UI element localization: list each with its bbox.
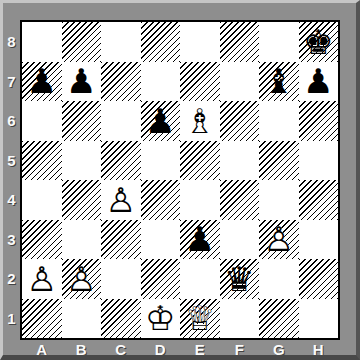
file-label-text: D	[155, 341, 166, 358]
piece-white-king-d1[interactable]: ♚♔	[141, 299, 181, 339]
piece-glyph: ♙	[27, 262, 57, 296]
rank-label-text: 1	[7, 310, 15, 327]
piece-glyph: ♗	[185, 104, 215, 138]
piece-glyph: ♛	[224, 262, 254, 296]
file-label-e: E	[180, 341, 220, 358]
board-frame: 87654321 ♚♟♟♝♟♟♝♗♟♙♟♟♙♟♙♟♙♛♚♔♛♕ ABCDEFGH	[0, 0, 360, 360]
square-a2[interactable]: ♟♙	[22, 259, 62, 299]
square-a5[interactable]	[22, 141, 62, 181]
rank-label-text: 2	[7, 270, 15, 287]
square-f7[interactable]	[220, 62, 260, 102]
piece-glyph: ♟	[303, 64, 333, 98]
square-a1[interactable]	[22, 299, 62, 339]
file-label-a: A	[22, 341, 62, 358]
square-g8[interactable]	[259, 22, 299, 62]
square-e2[interactable]	[180, 259, 220, 299]
square-h7[interactable]: ♟	[299, 62, 339, 102]
piece-white-pawn-b2[interactable]: ♟♙	[62, 259, 102, 299]
piece-glyph: ♟	[185, 222, 215, 256]
square-c6[interactable]	[101, 101, 141, 141]
square-d6[interactable]: ♟	[141, 101, 181, 141]
square-h1[interactable]	[299, 299, 339, 339]
file-label-g: G	[259, 341, 299, 358]
square-d5[interactable]	[141, 141, 181, 181]
square-g5[interactable]	[259, 141, 299, 181]
square-a7[interactable]: ♟	[22, 62, 62, 102]
square-g6[interactable]	[259, 101, 299, 141]
file-label-b: B	[62, 341, 102, 358]
file-label-c: C	[101, 341, 141, 358]
file-label-h: H	[299, 341, 339, 358]
square-d1[interactable]: ♚♔	[141, 299, 181, 339]
square-c2[interactable]	[101, 259, 141, 299]
rank-label-4: 4	[3, 180, 20, 220]
file-label-text: E	[195, 341, 205, 358]
file-label-d: D	[141, 341, 181, 358]
rank-label-text: 8	[7, 33, 15, 50]
rank-label-text: 4	[7, 191, 15, 208]
piece-glyph: ♙	[264, 222, 294, 256]
piece-glyph: ♚	[303, 25, 333, 59]
piece-black-pawn-e3[interactable]: ♟	[180, 220, 220, 260]
rank-label-text: 6	[7, 112, 15, 129]
square-e1[interactable]: ♛♕	[180, 299, 220, 339]
piece-white-pawn-a2[interactable]: ♟♙	[22, 259, 62, 299]
piece-glyph: ♝	[264, 64, 294, 98]
rank-label-7: 7	[3, 62, 20, 102]
square-b5[interactable]	[62, 141, 102, 181]
file-label-text: G	[273, 341, 285, 358]
piece-black-pawn-a7[interactable]: ♟	[22, 62, 62, 102]
square-b3[interactable]	[62, 220, 102, 260]
piece-black-king-h8[interactable]: ♚	[299, 22, 339, 62]
piece-glyph: ♔	[145, 301, 175, 335]
piece-white-bishop-e6[interactable]: ♝♗	[180, 101, 220, 141]
square-d4[interactable]	[141, 180, 181, 220]
square-b6[interactable]	[62, 101, 102, 141]
square-f6[interactable]	[220, 101, 260, 141]
square-c4[interactable]: ♟♙	[101, 180, 141, 220]
piece-black-bishop-g7[interactable]: ♝	[259, 62, 299, 102]
square-c8[interactable]	[101, 22, 141, 62]
square-b1[interactable]	[62, 299, 102, 339]
square-b7[interactable]: ♟	[62, 62, 102, 102]
square-b8[interactable]	[62, 22, 102, 62]
square-f3[interactable]	[220, 220, 260, 260]
square-b4[interactable]	[62, 180, 102, 220]
square-d7[interactable]	[141, 62, 181, 102]
piece-white-pawn-g3[interactable]: ♟♙	[259, 220, 299, 260]
piece-black-queen-f2[interactable]: ♛	[220, 259, 260, 299]
square-h8[interactable]: ♚	[299, 22, 339, 62]
file-label-text: B	[76, 341, 87, 358]
rank-label-text: 7	[7, 73, 15, 90]
square-h2[interactable]	[299, 259, 339, 299]
square-g1[interactable]	[259, 299, 299, 339]
square-f4[interactable]	[220, 180, 260, 220]
square-d3[interactable]	[141, 220, 181, 260]
file-labels: ABCDEFGH	[22, 341, 338, 357]
file-label-text: A	[36, 341, 47, 358]
square-d8[interactable]	[141, 22, 181, 62]
square-b2[interactable]: ♟♙	[62, 259, 102, 299]
piece-black-pawn-b7[interactable]: ♟	[62, 62, 102, 102]
rank-label-8: 8	[3, 22, 20, 62]
square-e3[interactable]: ♟	[180, 220, 220, 260]
rank-labels: 87654321	[3, 22, 20, 338]
square-g7[interactable]: ♝	[259, 62, 299, 102]
square-e7[interactable]	[180, 62, 220, 102]
square-e6[interactable]: ♝♗	[180, 101, 220, 141]
square-g3[interactable]: ♟♙	[259, 220, 299, 260]
square-a6[interactable]	[22, 101, 62, 141]
piece-black-pawn-d6[interactable]: ♟	[141, 101, 181, 141]
square-g4[interactable]	[259, 180, 299, 220]
rank-label-1: 1	[3, 299, 20, 339]
square-h4[interactable]	[299, 180, 339, 220]
square-h5[interactable]	[299, 141, 339, 181]
piece-glyph: ♙	[66, 262, 96, 296]
piece-black-pawn-h7[interactable]: ♟	[299, 62, 339, 102]
piece-glyph: ♕	[185, 301, 215, 335]
square-a3[interactable]	[22, 220, 62, 260]
square-e4[interactable]	[180, 180, 220, 220]
square-f1[interactable]	[220, 299, 260, 339]
rank-label-text: 3	[7, 231, 15, 248]
rank-label-5: 5	[3, 141, 20, 181]
rank-label-3: 3	[3, 220, 20, 260]
file-label-f: F	[220, 341, 260, 358]
piece-white-pawn-c4[interactable]: ♟♙	[101, 180, 141, 220]
square-f8[interactable]	[220, 22, 260, 62]
file-label-text: H	[313, 341, 324, 358]
square-c3[interactable]	[101, 220, 141, 260]
piece-glyph: ♟	[145, 104, 175, 138]
rank-label-2: 2	[3, 259, 20, 299]
square-h6[interactable]	[299, 101, 339, 141]
square-d2[interactable]	[141, 259, 181, 299]
square-c7[interactable]	[101, 62, 141, 102]
square-e8[interactable]	[180, 22, 220, 62]
piece-glyph: ♙	[106, 183, 136, 217]
square-c5[interactable]	[101, 141, 141, 181]
square-g2[interactable]	[259, 259, 299, 299]
square-f5[interactable]	[220, 141, 260, 181]
rank-label-text: 5	[7, 152, 15, 169]
rank-label-6: 6	[3, 101, 20, 141]
piece-glyph: ♟	[66, 64, 96, 98]
file-label-text: C	[115, 341, 126, 358]
square-a8[interactable]	[22, 22, 62, 62]
piece-white-queen-e1[interactable]: ♛♕	[180, 299, 220, 339]
piece-glyph: ♟	[27, 64, 57, 98]
square-e5[interactable]	[180, 141, 220, 181]
file-label-text: F	[235, 341, 244, 358]
square-a4[interactable]	[22, 180, 62, 220]
square-h3[interactable]	[299, 220, 339, 260]
square-c1[interactable]	[101, 299, 141, 339]
square-f2[interactable]: ♛	[220, 259, 260, 299]
chess-board: ♚♟♟♝♟♟♝♗♟♙♟♟♙♟♙♟♙♛♚♔♛♕	[20, 20, 340, 340]
